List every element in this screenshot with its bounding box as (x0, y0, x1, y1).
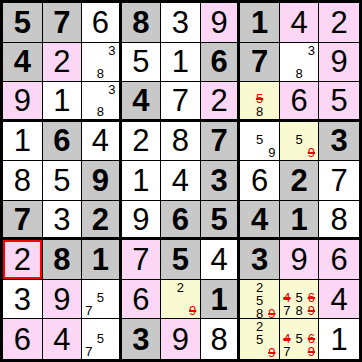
solved-digit: 7 (331, 165, 348, 196)
cell-r3c8[interactable]: 6 (280, 82, 320, 122)
cell-r4c1[interactable]: 1 (3, 122, 43, 162)
given-digit: 7 (14, 204, 31, 235)
cell-r2c4[interactable]: 5 (122, 43, 162, 83)
solved-digit: 1 (331, 324, 348, 355)
cell-r5c1[interactable]: 8 (3, 161, 43, 201)
candidate-9-eliminated: 9 (266, 346, 278, 359)
solved-digit: 9 (291, 244, 308, 275)
solved-digit: 5 (53, 165, 70, 196)
cell-r6c2[interactable]: 3 (43, 201, 83, 241)
cell-r5c7[interactable]: 6 (240, 161, 280, 201)
given-digit: 9 (92, 165, 109, 196)
pencil-marks: 259 (241, 320, 278, 358)
solved-digit: 2 (14, 244, 31, 275)
cell-r2c3[interactable]: 38 (82, 43, 122, 83)
solved-digit: 4 (53, 324, 70, 355)
cell-r8c7[interactable]: 2589 (240, 280, 280, 320)
candidate-7: 7 (281, 345, 293, 358)
cell-r9c7[interactable]: 259 (240, 319, 280, 359)
cell-r3c3[interactable]: 38 (82, 82, 122, 122)
given-digit: 4 (14, 46, 31, 77)
candidate-5: 5 (254, 333, 266, 346)
candidate-2: 2 (174, 281, 186, 294)
given-digit: 6 (53, 125, 70, 156)
given-digit: 1 (291, 204, 308, 235)
solved-digit: 4 (331, 284, 348, 315)
cell-r3c7[interactable]: 58 (240, 82, 280, 122)
cell-r2c5[interactable]: 1 (161, 43, 201, 83)
given-digit: 8 (132, 7, 149, 38)
cell-r6c3[interactable]: 2 (82, 201, 122, 241)
cell-r3c4[interactable]: 4 (122, 82, 162, 122)
solved-digit: 1 (132, 165, 149, 196)
candidate-8: 8 (95, 105, 107, 118)
cell-r9c4[interactable]: 3 (122, 319, 162, 359)
given-digit: 4 (251, 204, 268, 235)
solved-digit: 5 (331, 85, 348, 116)
solved-digit: 7 (172, 85, 189, 116)
candidate-3: 3 (106, 44, 118, 57)
cell-r5c6[interactable]: 3 (201, 161, 241, 201)
given-digit: 5 (172, 244, 189, 275)
solved-digit: 3 (14, 284, 31, 315)
solved-digit: 8 (14, 165, 31, 196)
cell-r4c6[interactable]: 7 (201, 122, 241, 162)
pencil-marks: 59 (281, 123, 318, 160)
given-digit: 8 (53, 244, 70, 275)
cell-r8c9[interactable]: 4 (319, 280, 359, 320)
cell-r4c8[interactable]: 59 (280, 122, 320, 162)
candidate-3: 3 (305, 44, 317, 57)
candidate-5: 5 (293, 133, 305, 146)
candidate-7: 7 (83, 304, 95, 317)
solved-digit: 3 (53, 204, 70, 235)
cell-r9c5[interactable]: 9 (161, 319, 201, 359)
cell-r1c1[interactable]: 5 (3, 3, 43, 43)
cell-r7c4[interactable]: 7 (122, 240, 162, 280)
candidate-8: 8 (254, 307, 266, 320)
candidate-5: 5 (293, 332, 305, 345)
cell-r1c5[interactable]: 3 (161, 3, 201, 43)
cell-r6c6[interactable]: 5 (201, 201, 241, 241)
solved-digit: 8 (172, 125, 189, 156)
pencil-marks: 29 (162, 281, 199, 318)
candidate-5: 5 (254, 294, 266, 307)
cell-r1c6[interactable]: 9 (201, 3, 241, 43)
pencil-marks: 57 (83, 281, 118, 318)
cell-r4c9[interactable]: 3 (319, 122, 359, 162)
given-digit: 1 (251, 7, 268, 38)
solved-digit: 1 (172, 46, 189, 77)
cell-r7c7[interactable]: 3 (240, 240, 280, 280)
solved-digit: 4 (291, 7, 308, 38)
candidate-9-eliminated: 9 (305, 304, 317, 317)
cell-r7c8[interactable]: 9 (280, 240, 320, 280)
solved-digit: 2 (331, 7, 348, 38)
cell-r4c4[interactable]: 2 (122, 122, 162, 162)
cell-r9c2[interactable]: 4 (43, 319, 83, 359)
cell-r5c3[interactable]: 9 (82, 161, 122, 201)
cell-r8c1[interactable]: 3 (3, 280, 43, 320)
cell-r5c2[interactable]: 5 (43, 161, 83, 201)
given-digit: 3 (331, 125, 348, 156)
cell-r8c3[interactable]: 57 (82, 280, 122, 320)
solved-digit: 1 (14, 125, 31, 156)
cell-r4c2[interactable]: 6 (43, 122, 83, 162)
candidate-7: 7 (281, 304, 293, 317)
cell-r6c9[interactable]: 8 (319, 201, 359, 241)
cell-r8c8[interactable]: 456789 (280, 280, 320, 320)
cell-r2c7[interactable]: 7 (240, 43, 280, 83)
candidate-7: 7 (83, 345, 95, 358)
given-digit: 3 (210, 165, 227, 196)
solved-digit: 2 (210, 85, 227, 116)
solved-digit: 9 (132, 204, 149, 235)
candidate-8: 8 (254, 105, 266, 118)
solved-digit: 6 (14, 324, 31, 355)
cell-r7c9[interactable]: 6 (319, 240, 359, 280)
given-digit: 7 (210, 125, 227, 156)
pencil-marks: 58 (241, 83, 278, 118)
pencil-marks: 2589 (241, 281, 278, 318)
pencil-marks: 45679 (281, 320, 318, 358)
solved-digit: 4 (210, 244, 227, 275)
pencil-marks: 59 (241, 123, 278, 160)
given-digit: 7 (53, 7, 70, 38)
cell-r8c5[interactable]: 29 (161, 280, 201, 320)
pencil-marks: 38 (281, 44, 318, 81)
cell-r9c9[interactable]: 1 (319, 319, 359, 359)
cell-r5c4[interactable]: 1 (122, 161, 162, 201)
solved-digit: 6 (92, 7, 109, 38)
solved-digit: 9 (331, 46, 348, 77)
solved-digit: 7 (132, 244, 149, 275)
cell-r4c7[interactable]: 59 (240, 122, 280, 162)
candidate-8: 8 (293, 67, 305, 80)
cell-r5c9[interactable]: 7 (319, 161, 359, 201)
sudoku-board: 5768391424238516738991384725865164287595… (0, 0, 362, 362)
candidate-9-eliminated: 9 (187, 304, 199, 317)
solved-digit: 6 (291, 85, 308, 116)
cell-r7c2[interactable]: 8 (43, 240, 83, 280)
candidate-8: 8 (95, 67, 107, 80)
cell-r8c4[interactable]: 6 (122, 280, 162, 320)
pencil-marks: 38 (83, 44, 118, 81)
given-digit: 6 (210, 46, 227, 77)
cell-r9c1[interactable]: 6 (3, 319, 43, 359)
solved-digit: 2 (132, 125, 149, 156)
cell-r7c3[interactable]: 1 (82, 240, 122, 280)
given-digit: 1 (210, 284, 227, 315)
given-digit: 7 (251, 46, 268, 77)
solved-digit: 6 (331, 244, 348, 275)
cell-r8c6[interactable]: 1 (201, 280, 241, 320)
cell-r5c8[interactable]: 2 (280, 161, 320, 201)
cell-r4c5[interactable]: 8 (161, 122, 201, 162)
pencil-marks: 38 (83, 83, 118, 118)
candidate-9: 9 (266, 146, 278, 159)
solved-digit: 9 (210, 7, 227, 38)
given-digit: 5 (210, 204, 227, 235)
given-digit: 2 (92, 204, 109, 235)
cell-r6c4[interactable]: 9 (122, 201, 162, 241)
cell-r2c1[interactable]: 4 (3, 43, 43, 83)
pencil-marks: 456789 (281, 281, 318, 318)
given-digit: 4 (132, 85, 149, 116)
solved-digit: 6 (132, 284, 149, 315)
candidate-3: 3 (106, 83, 118, 96)
solved-digit: 9 (172, 324, 189, 355)
cell-r3c9[interactable]: 5 (319, 82, 359, 122)
cell-r6c7[interactable]: 4 (240, 201, 280, 241)
cell-r2c2[interactable]: 2 (43, 43, 83, 83)
cell-r6c1[interactable]: 7 (3, 201, 43, 241)
cell-r3c1[interactable]: 9 (3, 82, 43, 122)
candidate-8: 8 (293, 304, 305, 317)
cell-r9c8[interactable]: 45679 (280, 319, 320, 359)
solved-digit: 9 (53, 284, 70, 315)
solved-digit: 4 (172, 165, 189, 196)
given-digit: 3 (132, 324, 149, 355)
cell-r3c5[interactable]: 7 (161, 82, 201, 122)
cell-r9c3[interactable]: 57 (82, 319, 122, 359)
cell-r2c6[interactable]: 6 (201, 43, 241, 83)
cell-r8c2[interactable]: 9 (43, 280, 83, 320)
candidate-9-eliminated: 9 (266, 307, 278, 320)
candidate-9-eliminated: 9 (305, 146, 317, 159)
given-digit: 2 (291, 165, 308, 196)
candidate-9-eliminated: 9 (305, 345, 317, 358)
given-digit: 6 (172, 204, 189, 235)
cell-r1c3[interactable]: 6 (82, 3, 122, 43)
cell-r7c6[interactable]: 4 (201, 240, 241, 280)
cell-r3c6[interactable]: 2 (201, 82, 241, 122)
cell-r5c5[interactable]: 4 (161, 161, 201, 201)
cell-r9c6[interactable]: 8 (201, 319, 241, 359)
given-digit: 5 (14, 7, 31, 38)
solved-digit: 4 (92, 125, 109, 156)
cell-r3c2[interactable]: 1 (43, 82, 83, 122)
candidate-5: 5 (95, 291, 107, 304)
solved-digit: 5 (132, 46, 149, 77)
cell-r6c5[interactable]: 6 (161, 201, 201, 241)
cell-r6c8[interactable]: 1 (280, 201, 320, 241)
solved-digit: 1 (53, 85, 70, 116)
cell-r1c2[interactable]: 7 (43, 3, 83, 43)
solved-digit: 6 (251, 165, 268, 196)
solved-digit: 8 (331, 204, 348, 235)
cell-r1c4[interactable]: 8 (122, 3, 162, 43)
cell-r1c7[interactable]: 1 (240, 3, 280, 43)
solved-digit: 3 (172, 7, 189, 38)
solved-digit: 8 (210, 324, 227, 355)
cell-r7c5[interactable]: 5 (161, 240, 201, 280)
candidate-5: 5 (254, 133, 266, 146)
candidate-5: 5 (95, 332, 107, 345)
cell-r1c8[interactable]: 4 (280, 3, 320, 43)
cell-r4c3[interactable]: 4 (82, 122, 122, 162)
cell-r2c9[interactable]: 9 (319, 43, 359, 83)
pencil-marks: 57 (83, 320, 118, 358)
candidate-2: 2 (254, 281, 266, 294)
given-digit: 3 (251, 244, 268, 275)
cell-r1c9[interactable]: 2 (319, 3, 359, 43)
candidate-5-eliminated: 5 (254, 92, 266, 105)
cell-r2c8[interactable]: 38 (280, 43, 320, 83)
solved-digit: 2 (53, 46, 70, 77)
solved-digit: 9 (14, 85, 31, 116)
given-digit: 1 (92, 244, 109, 275)
cell-r7c1-selected[interactable]: 2 (3, 240, 43, 280)
